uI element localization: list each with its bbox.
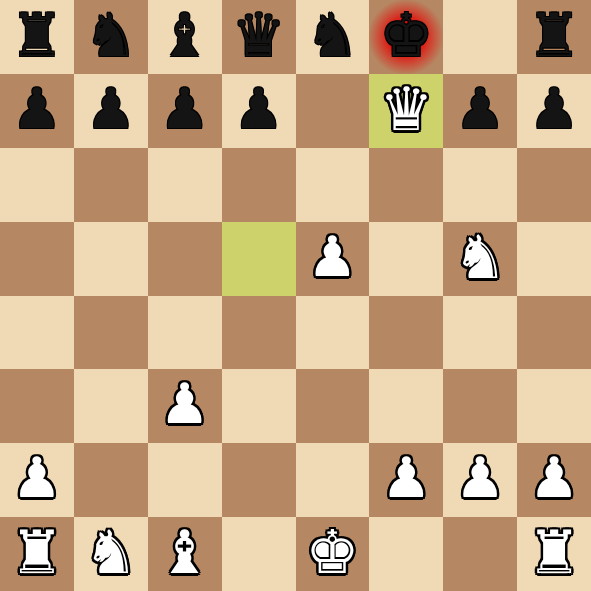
white-pawn-piece[interactable]: ♟	[529, 450, 579, 506]
white-pawn-piece[interactable]: ♟	[307, 229, 357, 285]
chess-board: ♜♞♝♛♞♚♜♟♟♟♟♛♟♟♟♞♟♟♟♟♟♜♞♝♚♜	[0, 0, 591, 591]
white-knight-piece[interactable]: ♞	[453, 227, 507, 287]
white-rook-piece[interactable]: ♜	[10, 522, 64, 582]
black-pawn-piece[interactable]: ♟	[86, 81, 136, 137]
square-a5[interactable]	[0, 222, 74, 296]
black-knight-piece[interactable]: ♞	[306, 5, 360, 65]
square-c8[interactable]: ♝	[148, 0, 222, 74]
square-h7[interactable]: ♟	[517, 74, 591, 148]
square-a4[interactable]	[0, 296, 74, 370]
square-f6[interactable]	[369, 148, 443, 222]
square-b5[interactable]	[74, 222, 148, 296]
black-pawn-piece[interactable]: ♟	[455, 81, 505, 137]
square-b4[interactable]	[74, 296, 148, 370]
square-h4[interactable]	[517, 296, 591, 370]
square-g3[interactable]	[443, 369, 517, 443]
square-g6[interactable]	[443, 148, 517, 222]
white-rook-piece[interactable]: ♜	[527, 522, 581, 582]
square-g8[interactable]	[443, 0, 517, 74]
square-h2[interactable]: ♟	[517, 443, 591, 517]
square-a3[interactable]	[0, 369, 74, 443]
white-pawn-piece[interactable]: ♟	[455, 450, 505, 506]
square-a7[interactable]: ♟	[0, 74, 74, 148]
square-h8[interactable]: ♜	[517, 0, 591, 74]
square-g7[interactable]: ♟	[443, 74, 517, 148]
square-c1[interactable]: ♝	[148, 517, 222, 591]
square-g5[interactable]: ♞	[443, 222, 517, 296]
black-bishop-piece[interactable]: ♝	[158, 5, 212, 65]
square-d5[interactable]	[222, 222, 296, 296]
black-king-piece[interactable]: ♚	[379, 5, 433, 65]
square-h5[interactable]	[517, 222, 591, 296]
square-b3[interactable]	[74, 369, 148, 443]
black-pawn-piece[interactable]: ♟	[233, 81, 283, 137]
square-e5[interactable]: ♟	[296, 222, 370, 296]
white-bishop-piece[interactable]: ♝	[158, 522, 212, 582]
square-e4[interactable]	[296, 296, 370, 370]
square-c5[interactable]	[148, 222, 222, 296]
white-knight-piece[interactable]: ♞	[84, 522, 138, 582]
white-king-piece[interactable]: ♚	[306, 522, 360, 582]
square-b1[interactable]: ♞	[74, 517, 148, 591]
square-f1[interactable]	[369, 517, 443, 591]
black-pawn-piece[interactable]: ♟	[12, 81, 62, 137]
square-d7[interactable]: ♟	[222, 74, 296, 148]
square-e2[interactable]	[296, 443, 370, 517]
square-h6[interactable]	[517, 148, 591, 222]
square-e6[interactable]	[296, 148, 370, 222]
square-d3[interactable]	[222, 369, 296, 443]
black-pawn-piece[interactable]: ♟	[529, 81, 579, 137]
black-rook-piece[interactable]: ♜	[10, 5, 64, 65]
square-a8[interactable]: ♜	[0, 0, 74, 74]
square-c6[interactable]	[148, 148, 222, 222]
square-d4[interactable]	[222, 296, 296, 370]
square-a6[interactable]	[0, 148, 74, 222]
black-rook-piece[interactable]: ♜	[527, 5, 581, 65]
square-e7[interactable]	[296, 74, 370, 148]
black-knight-piece[interactable]: ♞	[84, 5, 138, 65]
square-b7[interactable]: ♟	[74, 74, 148, 148]
square-b8[interactable]: ♞	[74, 0, 148, 74]
square-f7[interactable]: ♛	[369, 74, 443, 148]
square-f2[interactable]: ♟	[369, 443, 443, 517]
square-c2[interactable]	[148, 443, 222, 517]
black-pawn-piece[interactable]: ♟	[160, 81, 210, 137]
square-f3[interactable]	[369, 369, 443, 443]
square-a2[interactable]: ♟	[0, 443, 74, 517]
square-e1[interactable]: ♚	[296, 517, 370, 591]
square-d6[interactable]	[222, 148, 296, 222]
square-e3[interactable]	[296, 369, 370, 443]
white-pawn-piece[interactable]: ♟	[160, 376, 210, 432]
square-f8[interactable]: ♚	[369, 0, 443, 74]
square-e8[interactable]: ♞	[296, 0, 370, 74]
square-h3[interactable]	[517, 369, 591, 443]
square-g2[interactable]: ♟	[443, 443, 517, 517]
white-pawn-piece[interactable]: ♟	[12, 450, 62, 506]
square-b2[interactable]	[74, 443, 148, 517]
square-f5[interactable]	[369, 222, 443, 296]
white-pawn-piece[interactable]: ♟	[381, 450, 431, 506]
square-d1[interactable]	[222, 517, 296, 591]
square-a1[interactable]: ♜	[0, 517, 74, 591]
square-d2[interactable]	[222, 443, 296, 517]
square-c3[interactable]: ♟	[148, 369, 222, 443]
white-queen-piece[interactable]: ♛	[379, 79, 433, 139]
square-g4[interactable]	[443, 296, 517, 370]
square-c7[interactable]: ♟	[148, 74, 222, 148]
square-h1[interactable]: ♜	[517, 517, 591, 591]
square-c4[interactable]	[148, 296, 222, 370]
square-d8[interactable]: ♛	[222, 0, 296, 74]
square-f4[interactable]	[369, 296, 443, 370]
square-g1[interactable]	[443, 517, 517, 591]
black-queen-piece[interactable]: ♛	[232, 5, 286, 65]
square-b6[interactable]	[74, 148, 148, 222]
